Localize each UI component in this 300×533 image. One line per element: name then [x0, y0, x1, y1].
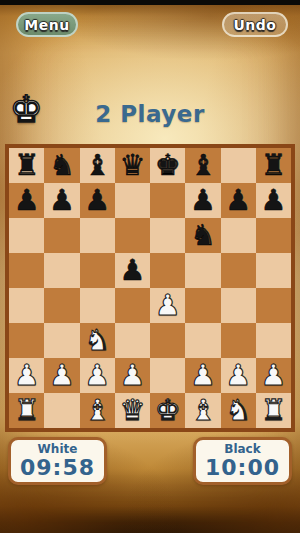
- piece-white-pawn: ♟: [260, 358, 286, 393]
- square-b1[interactable]: [44, 393, 79, 428]
- square-d7[interactable]: [115, 183, 150, 218]
- square-h2[interactable]: ♟: [256, 358, 291, 393]
- piece-white-bishop: ♝: [190, 393, 216, 428]
- square-a6[interactable]: [9, 218, 44, 253]
- piece-white-pawn: ♟: [155, 288, 181, 323]
- square-e5[interactable]: [150, 253, 185, 288]
- square-d8[interactable]: ♛: [115, 148, 150, 183]
- black-clock-time: 10:00: [196, 456, 289, 479]
- square-c6[interactable]: [80, 218, 115, 253]
- piece-white-knight: ♞: [84, 323, 110, 358]
- square-c4[interactable]: [80, 288, 115, 323]
- piece-white-knight: ♞: [225, 393, 251, 428]
- piece-white-pawn: ♟: [49, 358, 75, 393]
- square-a1[interactable]: ♜: [9, 393, 44, 428]
- square-d1[interactable]: ♛: [115, 393, 150, 428]
- square-h6[interactable]: [256, 218, 291, 253]
- square-b4[interactable]: [44, 288, 79, 323]
- piece-black-pawn: ♟: [14, 183, 40, 218]
- square-e1[interactable]: ♚: [150, 393, 185, 428]
- square-g7[interactable]: ♟: [221, 183, 256, 218]
- square-g6[interactable]: [221, 218, 256, 253]
- undo-button[interactable]: Undo: [222, 12, 288, 37]
- square-a2[interactable]: ♟: [9, 358, 44, 393]
- piece-black-queen: ♛: [119, 148, 145, 183]
- square-a7[interactable]: ♟: [9, 183, 44, 218]
- app-screen: Menu Undo ♚ 2 Player ♜♞♝♛♚♝♜♟♟♟♟♟♟♞♟♟♞♟♟…: [0, 0, 300, 533]
- square-f8[interactable]: ♝: [185, 148, 220, 183]
- piece-white-queen: ♛: [119, 393, 145, 428]
- square-e7[interactable]: [150, 183, 185, 218]
- piece-black-king: ♚: [155, 148, 181, 183]
- square-b2[interactable]: ♟: [44, 358, 79, 393]
- square-f5[interactable]: [185, 253, 220, 288]
- piece-black-bishop: ♝: [84, 148, 110, 183]
- piece-black-pawn: ♟: [119, 253, 145, 288]
- black-clock: Black 10:00: [193, 437, 292, 485]
- piece-white-king: ♚: [155, 393, 181, 428]
- piece-black-pawn: ♟: [190, 183, 216, 218]
- square-b3[interactable]: [44, 323, 79, 358]
- square-c3[interactable]: ♞: [80, 323, 115, 358]
- piece-white-pawn: ♟: [190, 358, 216, 393]
- piece-white-rook: ♜: [260, 393, 286, 428]
- square-h5[interactable]: [256, 253, 291, 288]
- piece-black-pawn: ♟: [49, 183, 75, 218]
- square-d2[interactable]: ♟: [115, 358, 150, 393]
- piece-black-knight: ♞: [190, 218, 216, 253]
- square-b6[interactable]: [44, 218, 79, 253]
- square-f1[interactable]: ♝: [185, 393, 220, 428]
- square-b8[interactable]: ♞: [44, 148, 79, 183]
- square-d6[interactable]: [115, 218, 150, 253]
- square-d5[interactable]: ♟: [115, 253, 150, 288]
- piece-black-pawn: ♟: [225, 183, 251, 218]
- piece-black-pawn: ♟: [84, 183, 110, 218]
- piece-white-pawn: ♟: [84, 358, 110, 393]
- white-clock-time: 09:58: [11, 456, 104, 479]
- square-d4[interactable]: [115, 288, 150, 323]
- square-a3[interactable]: [9, 323, 44, 358]
- square-e3[interactable]: [150, 323, 185, 358]
- square-a5[interactable]: [9, 253, 44, 288]
- square-f7[interactable]: ♟: [185, 183, 220, 218]
- square-c5[interactable]: [80, 253, 115, 288]
- square-b5[interactable]: [44, 253, 79, 288]
- piece-white-pawn: ♟: [14, 358, 40, 393]
- square-e4[interactable]: ♟: [150, 288, 185, 323]
- square-d3[interactable]: [115, 323, 150, 358]
- square-c7[interactable]: ♟: [80, 183, 115, 218]
- menu-button[interactable]: Menu: [16, 12, 78, 37]
- square-f3[interactable]: [185, 323, 220, 358]
- piece-white-bishop: ♝: [84, 393, 110, 428]
- square-a4[interactable]: [9, 288, 44, 323]
- square-h1[interactable]: ♜: [256, 393, 291, 428]
- square-g1[interactable]: ♞: [221, 393, 256, 428]
- square-b7[interactable]: ♟: [44, 183, 79, 218]
- square-h8[interactable]: ♜: [256, 148, 291, 183]
- square-h3[interactable]: [256, 323, 291, 358]
- square-c2[interactable]: ♟: [80, 358, 115, 393]
- square-f4[interactable]: [185, 288, 220, 323]
- square-g2[interactable]: ♟: [221, 358, 256, 393]
- square-f6[interactable]: ♞: [185, 218, 220, 253]
- square-a8[interactable]: ♜: [9, 148, 44, 183]
- square-g3[interactable]: [221, 323, 256, 358]
- piece-black-rook: ♜: [260, 148, 286, 183]
- page-title: 2 Player: [0, 101, 300, 127]
- square-c8[interactable]: ♝: [80, 148, 115, 183]
- piece-black-bishop: ♝: [190, 148, 216, 183]
- square-g5[interactable]: [221, 253, 256, 288]
- piece-black-pawn: ♟: [260, 183, 286, 218]
- piece-black-rook: ♜: [14, 148, 40, 183]
- piece-white-pawn: ♟: [225, 358, 251, 393]
- square-f2[interactable]: ♟: [185, 358, 220, 393]
- white-clock: White 09:58: [8, 437, 107, 485]
- piece-white-pawn: ♟: [119, 358, 145, 393]
- square-e2[interactable]: [150, 358, 185, 393]
- square-g4[interactable]: [221, 288, 256, 323]
- square-e8[interactable]: ♚: [150, 148, 185, 183]
- square-h7[interactable]: ♟: [256, 183, 291, 218]
- square-g8[interactable]: [221, 148, 256, 183]
- piece-black-knight: ♞: [49, 148, 75, 183]
- status-bar-strip: [0, 0, 300, 5]
- square-h4[interactable]: [256, 288, 291, 323]
- square-c1[interactable]: ♝: [80, 393, 115, 428]
- square-e6[interactable]: [150, 218, 185, 253]
- piece-white-rook: ♜: [14, 393, 40, 428]
- chess-board: ♜♞♝♛♚♝♜♟♟♟♟♟♟♞♟♟♞♟♟♟♟♟♟♟♜♝♛♚♝♞♜: [5, 144, 295, 432]
